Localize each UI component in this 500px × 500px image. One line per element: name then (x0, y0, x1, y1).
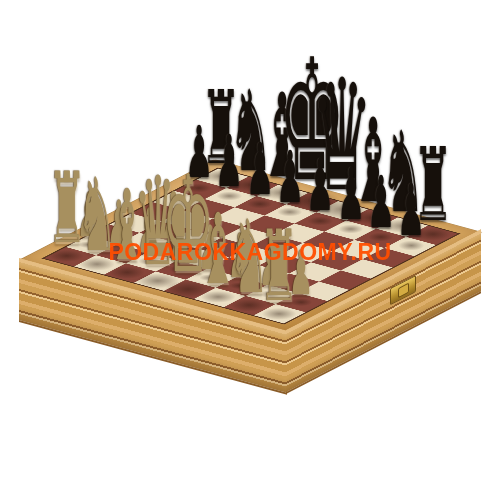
product-photo-stage: ♜♞♝♚♛♝♞♜♟♟♟♟♟♟♟♟♟♟♟♟♟♟♟♟♜♞♝♛♚♝♞♜ PODAROK… (0, 0, 500, 500)
clasp-hook-icon (398, 283, 409, 299)
watermark-text: PODAROKKAGDOMY.RU (108, 239, 391, 266)
clasp-latch-icon (390, 275, 416, 305)
